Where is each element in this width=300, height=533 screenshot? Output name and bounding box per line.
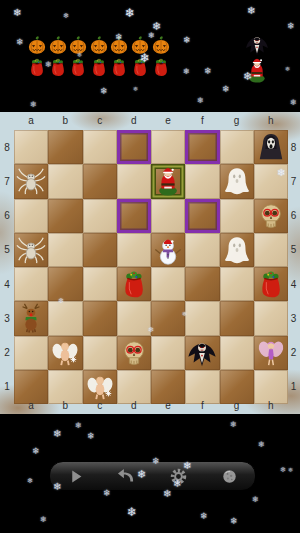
piece-ghost-g5 [222, 235, 252, 265]
snowflake-icon: ❄ [280, 466, 286, 473]
snowflake-icon: ❄ [200, 512, 208, 521]
snowball-icon [219, 466, 240, 487]
file-label-g: g [220, 112, 254, 129]
piece-ghost-g7 [222, 166, 252, 196]
square-f7[interactable] [185, 164, 219, 198]
toolbar [49, 461, 256, 491]
snowflake-icon: ❄ [252, 496, 259, 504]
captured-pumpkin-icon [130, 35, 150, 55]
square-f5[interactable] [185, 233, 219, 267]
snowflake-icon: ❄ [287, 22, 295, 31]
square-c8[interactable] [83, 130, 117, 164]
piece-snowman-e5 [153, 235, 183, 265]
rank-labels-left: 87654321 [0, 130, 14, 404]
captured-sack-icon [89, 55, 109, 79]
square-e6[interactable] [151, 199, 185, 233]
snowflake-icon: ❄ [290, 99, 297, 107]
square-c2[interactable] [83, 336, 117, 370]
square-f3[interactable] [185, 301, 219, 335]
rank-label-3: 3 [0, 301, 14, 335]
captured-tray-christmas-pawns [27, 55, 171, 79]
square-b4[interactable] [48, 267, 82, 301]
snowflake-icon: ❄ [127, 506, 137, 518]
square-g3[interactable] [220, 301, 254, 335]
captured-sack-icon [68, 55, 88, 79]
captured-sack-icon [130, 55, 150, 79]
file-label-b: b [48, 398, 82, 413]
captured-pumpkin-icon [151, 35, 171, 55]
chess-board: abcdefgh 87654321 87654321 abcdefgh [0, 112, 300, 414]
snowflake-icon: ❄ [32, 447, 40, 456]
square-b5[interactable] [48, 233, 82, 267]
square-c6[interactable] [83, 199, 117, 233]
captured-tray-halloween-pawns [27, 35, 171, 55]
piece-scream-h8 [256, 132, 286, 162]
captured-sack-icon [109, 55, 129, 79]
captured-pumpkin-icon [48, 35, 68, 55]
snowflake-icon: ❄ [247, 6, 255, 16]
snowflake-icon: ❄ [204, 67, 212, 76]
square-a8[interactable] [14, 130, 48, 164]
square-b8[interactable] [48, 130, 82, 164]
file-label-e: e [151, 398, 185, 413]
rank-label-8: 8 [0, 130, 14, 164]
square-f2[interactable] [185, 336, 219, 370]
square-c3[interactable] [83, 301, 117, 335]
file-labels-bottom: abcdefgh [14, 398, 288, 413]
square-b6[interactable] [48, 199, 82, 233]
square-c4[interactable] [83, 267, 117, 301]
piece-reindeer-a3 [16, 303, 46, 333]
snowflake-icon: ❄ [288, 467, 293, 473]
square-h4[interactable] [254, 267, 288, 301]
snowflake-icon: ❄ [230, 421, 237, 429]
piece-spider-a5 [16, 235, 46, 265]
rank-label-5: 5 [287, 233, 300, 267]
captured-pumpkin-icon [68, 35, 88, 55]
settings-button[interactable] [157, 463, 199, 489]
file-label-a: a [14, 112, 48, 129]
rank-label-6: 6 [0, 199, 14, 233]
play-icon [65, 466, 86, 487]
captured-sack-icon [27, 55, 47, 79]
rank-label-2: 2 [0, 336, 14, 370]
square-h6[interactable] [254, 199, 288, 233]
snowflake-icon: ❄ [183, 36, 191, 45]
piece-spider-a7 [16, 166, 46, 196]
file-label-c: c [83, 112, 117, 129]
square-d7[interactable] [117, 164, 151, 198]
piece-angel-b2 [50, 338, 80, 368]
square-g2[interactable] [220, 336, 254, 370]
square-g5[interactable] [220, 233, 254, 267]
square-h8[interactable] [254, 130, 288, 164]
snowflake-icon: ❄ [16, 38, 24, 47]
square-c7[interactable] [83, 164, 117, 198]
rank-label-3: 3 [287, 301, 300, 335]
gear-icon [168, 466, 189, 487]
snowflake-icon: ❄ [87, 432, 95, 441]
square-h5[interactable] [254, 233, 288, 267]
square-d5[interactable] [117, 233, 151, 267]
app-screen: ❄❄❄❄❄❄❄❄❄❄❄❄❄❄❄❄❄❄❄❄❄❄❄❄❄❄❄❄❄❄❄❄❄❄❄❄❄❄❄❄… [0, 0, 300, 533]
snowflake-icon: ❄ [53, 429, 61, 439]
square-g4[interactable] [220, 267, 254, 301]
square-d4[interactable] [117, 267, 151, 301]
piece-fairy-h2 [256, 338, 286, 368]
square-a7[interactable] [14, 164, 48, 198]
rank-label-1: 1 [287, 370, 300, 404]
rank-label-1: 1 [0, 370, 14, 404]
file-label-f: f [185, 112, 219, 129]
piece-vampire-f2 [187, 338, 217, 368]
rank-label-4: 4 [0, 267, 14, 301]
file-label-e: e [151, 112, 185, 129]
square-a6[interactable] [14, 199, 48, 233]
file-label-f: f [185, 398, 219, 413]
file-label-d: d [117, 112, 151, 129]
snowflake-icon: ❄ [27, 477, 33, 484]
square-f8[interactable] [185, 130, 219, 164]
square-a5[interactable] [14, 233, 48, 267]
snowflake-icon: ❄ [222, 85, 230, 94]
square-d8[interactable] [117, 130, 151, 164]
square-c5[interactable] [83, 233, 117, 267]
snowflake-icon: ❄ [63, 12, 69, 19]
captured-pumpkin-icon [89, 35, 109, 55]
square-g7[interactable] [220, 164, 254, 198]
piece-santa-e7 [153, 166, 183, 196]
square-f6[interactable] [185, 199, 219, 233]
square-e8[interactable] [151, 130, 185, 164]
snowflake-icon: ❄ [100, 87, 108, 96]
snowflake-icon: ❄ [75, 422, 82, 430]
rank-label-7: 7 [287, 164, 300, 198]
play-button[interactable] [55, 463, 97, 489]
board-grid [14, 130, 288, 404]
piece-skull-d2 [119, 338, 149, 368]
file-label-c: c [83, 398, 117, 413]
undo-arrow-icon [116, 466, 137, 487]
rank-labels-right: 87654321 [287, 130, 300, 404]
square-d3[interactable] [117, 301, 151, 335]
file-label-h: h [254, 112, 288, 129]
square-b7[interactable] [48, 164, 82, 198]
square-b3[interactable] [48, 301, 82, 335]
square-a4[interactable] [14, 267, 48, 301]
square-d2[interactable] [117, 336, 151, 370]
snowflake-icon: ❄ [30, 101, 37, 109]
rank-label-8: 8 [287, 130, 300, 164]
square-e7[interactable] [151, 164, 185, 198]
snowflake-icon: ❄ [40, 516, 47, 524]
snowflake-icon: ❄ [230, 517, 238, 526]
rank-label-6: 6 [287, 199, 300, 233]
square-e2[interactable] [151, 336, 185, 370]
captured-pumpkin-icon [109, 35, 129, 55]
square-g8[interactable] [220, 130, 254, 164]
file-label-h: h [254, 398, 288, 413]
snowflake-icon: ❄ [258, 441, 265, 449]
square-h7[interactable] [254, 164, 288, 198]
file-label-a: a [14, 398, 48, 413]
square-g6[interactable] [220, 199, 254, 233]
square-a2[interactable] [14, 336, 48, 370]
snowflake-icon: ❄ [197, 97, 204, 105]
captured-sack-icon [151, 55, 171, 79]
captured-sack-icon [48, 55, 68, 79]
square-b2[interactable] [48, 336, 82, 370]
santa-icon [244, 55, 270, 85]
rank-label-7: 7 [0, 164, 14, 198]
snowflake-icon: ❄ [285, 66, 290, 72]
snowflake-icon: ❄ [133, 86, 138, 92]
snowflake-icon: ❄ [13, 8, 21, 18]
square-e5[interactable] [151, 233, 185, 267]
undo-button[interactable] [106, 463, 148, 489]
snowflake-icon: ❄ [183, 68, 190, 76]
rank-label-2: 2 [287, 336, 300, 370]
file-label-d: d [117, 398, 151, 413]
square-h3[interactable] [254, 301, 288, 335]
rank-label-5: 5 [0, 233, 14, 267]
file-label-b: b [48, 112, 82, 129]
snowflake-icon: ❄ [152, 21, 161, 32]
file-label-g: g [220, 398, 254, 413]
piece-sack-h4 [256, 269, 286, 299]
piece-skull-h6 [256, 201, 286, 231]
info-button[interactable] [208, 463, 250, 489]
snowflake-icon: ❄ [125, 7, 135, 19]
file-labels-top: abcdefgh [14, 112, 288, 129]
square-e3[interactable] [151, 301, 185, 335]
square-f4[interactable] [185, 267, 219, 301]
piece-sack-d4 [119, 269, 149, 299]
square-e4[interactable] [151, 267, 185, 301]
rank-label-4: 4 [287, 267, 300, 301]
square-h2[interactable] [254, 336, 288, 370]
square-a3[interactable] [14, 301, 48, 335]
captured-pumpkin-icon [27, 35, 47, 55]
square-d6[interactable] [117, 199, 151, 233]
